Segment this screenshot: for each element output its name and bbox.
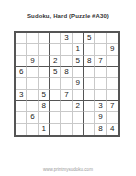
cell-r9c4[interactable] [50,124,61,135]
cell-r3c6[interactable]: 5 [73,56,84,67]
cell-r8c5[interactable] [61,112,72,123]
cell-r1c6[interactable] [73,33,84,44]
cell-r8c7[interactable] [84,112,95,123]
sudoku-page: Sudoku, Hard (Puzzle #A30) 3519925876589… [0,0,136,176]
cell-r5c3[interactable] [39,78,50,89]
cell-r1c4[interactable] [50,33,61,44]
cell-r7c8[interactable]: 3 [95,101,106,112]
cell-r2c1[interactable] [16,44,27,55]
cell-r1c1[interactable] [16,33,27,44]
cell-r1c8[interactable] [95,33,106,44]
cell-r7c4[interactable] [50,101,61,112]
cell-r2c7[interactable] [84,44,95,55]
cell-r8c9[interactable] [107,112,118,123]
cell-r9c2[interactable] [27,124,38,135]
cell-r9c3[interactable]: 1 [39,124,50,135]
cell-r8c3[interactable] [39,112,50,123]
cell-r1c9[interactable] [107,33,118,44]
cell-r6c1[interactable]: 3 [16,90,27,101]
cell-r3c5[interactable] [61,56,72,67]
cell-r3c3[interactable] [39,56,50,67]
cell-r5c8[interactable] [95,78,106,89]
cell-r6c5[interactable]: 7 [61,90,72,101]
page-title: Sudoku, Hard (Puzzle #A30) [0,13,136,19]
cell-r5c5[interactable] [61,78,72,89]
cell-r3c7[interactable]: 8 [84,56,95,67]
cell-r7c7[interactable] [84,101,95,112]
cell-r8c1[interactable] [16,112,27,123]
cell-r9c1[interactable] [16,124,27,135]
sudoku-grid: 3519925876589357823769184 [14,31,120,137]
cell-r2c8[interactable] [95,44,106,55]
cell-r5c7[interactable] [84,78,95,89]
footer-url: www.printmysudoku.com [0,167,136,172]
cell-r7c2[interactable] [27,101,38,112]
cell-r4c7[interactable] [84,67,95,78]
cell-r2c9[interactable]: 9 [107,44,118,55]
cell-r4c2[interactable] [27,67,38,78]
cell-r6c2[interactable] [27,90,38,101]
cell-r6c4[interactable] [50,90,61,101]
cell-r6c7[interactable] [84,90,95,101]
cell-r3c4[interactable]: 2 [50,56,61,67]
cell-r2c2[interactable] [27,44,38,55]
cell-r8c8[interactable]: 9 [95,112,106,123]
cell-r3c8[interactable]: 7 [95,56,106,67]
cell-r4c9[interactable] [107,67,118,78]
cell-r6c3[interactable]: 5 [39,90,50,101]
cell-r9c6[interactable] [73,124,84,135]
cell-r4c3[interactable] [39,67,50,78]
cell-r4c5[interactable]: 8 [61,67,72,78]
cell-r8c6[interactable] [73,112,84,123]
cell-r7c9[interactable]: 7 [107,101,118,112]
cell-r1c5[interactable]: 3 [61,33,72,44]
cell-r5c2[interactable] [27,78,38,89]
cell-r1c2[interactable] [27,33,38,44]
cell-r3c9[interactable] [107,56,118,67]
cell-r4c8[interactable] [95,67,106,78]
cell-r7c5[interactable] [61,101,72,112]
cell-r4c1[interactable]: 6 [16,67,27,78]
cell-r6c8[interactable] [95,90,106,101]
cell-r7c1[interactable] [16,101,27,112]
cell-r4c4[interactable]: 5 [50,67,61,78]
cell-r4c6[interactable] [73,67,84,78]
cell-r5c9[interactable] [107,78,118,89]
cell-r5c6[interactable]: 9 [73,78,84,89]
cell-r1c3[interactable] [39,33,50,44]
cell-r2c5[interactable] [61,44,72,55]
cell-r2c4[interactable] [50,44,61,55]
cell-r7c6[interactable]: 2 [73,101,84,112]
cell-r3c1[interactable] [16,56,27,67]
cell-r8c2[interactable]: 6 [27,112,38,123]
cell-r3c2[interactable]: 9 [27,56,38,67]
cell-r9c9[interactable]: 4 [107,124,118,135]
cell-r1c7[interactable]: 5 [84,33,95,44]
cell-r6c9[interactable] [107,90,118,101]
cell-r9c5[interactable] [61,124,72,135]
cell-r9c7[interactable] [84,124,95,135]
cell-r2c3[interactable] [39,44,50,55]
cell-r5c4[interactable] [50,78,61,89]
cell-r6c6[interactable] [73,90,84,101]
cell-r7c3[interactable]: 8 [39,101,50,112]
cell-r5c1[interactable] [16,78,27,89]
cell-r9c8[interactable]: 8 [95,124,106,135]
cell-r2c6[interactable]: 1 [73,44,84,55]
cell-r8c4[interactable] [50,112,61,123]
